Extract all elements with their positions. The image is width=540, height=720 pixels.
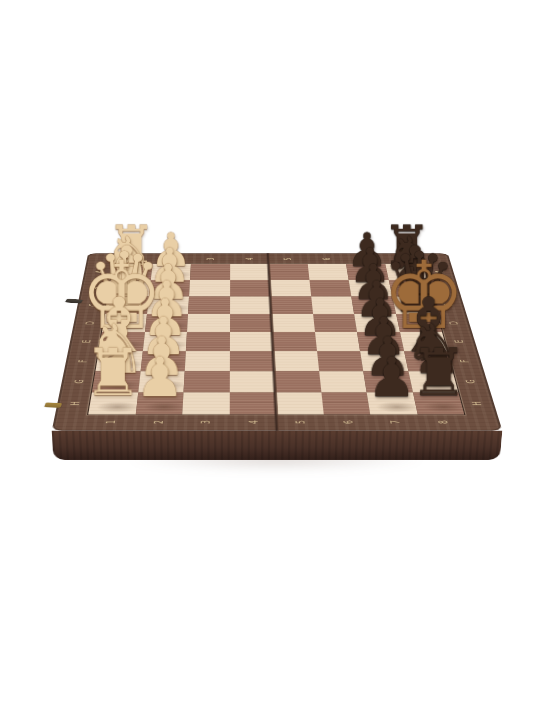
- square-c5: [270, 296, 312, 313]
- rank-label-back-3: 3: [201, 255, 219, 264]
- square-c4: [230, 296, 272, 313]
- square-d4: [230, 314, 273, 332]
- piece-white-pawn-h2: ♟: [93, 350, 227, 405]
- rank-label-front-7: 7: [383, 415, 408, 428]
- square-b4: [230, 280, 271, 297]
- square-d5: [271, 314, 314, 332]
- chess-set-photo: ♜♟♟♜♞♟♟♞♝♟♟♝♛♟♟♛♚♟♟♚♝♟♟♝♞♟♟♞♜♟♟♜ AA11BB2…: [0, 0, 540, 720]
- rank-label-back-4: 4: [240, 255, 258, 264]
- piece-black-rook-h8: ♜: [371, 339, 505, 405]
- square-h4: [229, 392, 276, 414]
- square-a4: [230, 264, 270, 280]
- rank-label-front-5: 5: [289, 415, 312, 428]
- square-e5: [272, 332, 317, 351]
- rank-label-back-6: 6: [316, 255, 335, 264]
- square-e4: [229, 332, 273, 351]
- square-f5: [273, 351, 319, 371]
- square-a5: [269, 264, 309, 280]
- scene: ♜♟♟♜♞♟♟♞♝♟♟♝♛♟♟♛♚♟♟♚♝♟♟♝♞♟♟♞♜♟♟♜ AA11BB2…: [0, 0, 540, 720]
- rank-label-front-1: 1: [99, 415, 123, 428]
- square-g4: [229, 371, 275, 392]
- square-g5: [274, 371, 321, 392]
- rank-label-front-4: 4: [242, 415, 265, 428]
- rank-label-front-6: 6: [336, 415, 360, 428]
- rank-label-front-2: 2: [146, 415, 169, 428]
- square-h5: [275, 392, 323, 414]
- board-frame: ♜♟♟♜♞♟♟♞♝♟♟♝♛♟♟♛♚♟♟♚♝♟♟♝♞♟♟♞♜♟♟♜ AA11BB2…: [52, 253, 503, 431]
- square-f4: [229, 351, 274, 371]
- square-b5: [269, 280, 310, 297]
- square-h8: ♜: [412, 392, 464, 414]
- square-h2: ♟: [135, 392, 183, 414]
- rank-label-front-8: 8: [430, 415, 455, 428]
- rank-label-back-5: 5: [278, 255, 297, 264]
- board-front-edge: [52, 431, 503, 460]
- rank-label-front-3: 3: [194, 415, 217, 428]
- chess-board: ♜♟♟♜♞♟♟♞♝♟♟♝♛♟♟♛♚♟♟♚♝♟♟♝♞♟♟♞♜♟♟♜ AA11BB2…: [52, 253, 503, 431]
